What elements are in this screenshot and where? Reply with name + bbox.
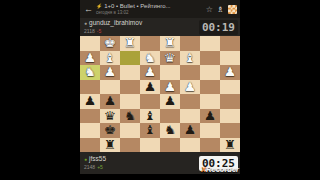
square[interactable]: ♟: [160, 94, 180, 109]
rating-delta-top: -5: [97, 28, 101, 34]
piece-bP: ♟: [164, 95, 177, 107]
square[interactable]: [200, 138, 220, 153]
letterboxed-stage: ← ⚡ 1+0 • Bullet • Рейтинго... сегодня в…: [0, 0, 320, 180]
game-title: 1+0 • Bullet • Рейтинго...: [104, 3, 170, 9]
square[interactable]: ♛: [100, 109, 120, 124]
square[interactable]: [80, 80, 100, 95]
square[interactable]: ♞: [80, 65, 100, 80]
square[interactable]: [180, 109, 200, 124]
square[interactable]: [220, 123, 240, 138]
square[interactable]: [220, 36, 240, 51]
square[interactable]: [220, 51, 240, 66]
square[interactable]: [80, 109, 100, 124]
xrecorder-watermark: XRecorder: [201, 165, 239, 174]
piece-bP: ♟: [104, 95, 117, 107]
square[interactable]: ♜: [100, 138, 120, 153]
square[interactable]: [120, 51, 140, 66]
clock-top: 00:19: [199, 20, 238, 35]
square[interactable]: [200, 80, 220, 95]
piece-wP: ♟: [164, 81, 177, 93]
piece-bK: ♚: [104, 124, 117, 136]
square[interactable]: ♟: [220, 65, 240, 80]
game-date: сегодня в 13:02: [96, 10, 206, 15]
piece-bN: ♞: [124, 110, 137, 122]
bottom-black-strip: [80, 174, 240, 180]
player-name-bottom[interactable]: ● jfss55: [84, 156, 106, 163]
square[interactable]: [160, 138, 180, 153]
piece-bR: ♜: [104, 139, 117, 151]
star-icon[interactable]: ☆: [206, 5, 213, 14]
square[interactable]: [120, 94, 140, 109]
square[interactable]: [140, 138, 160, 153]
piece-wP: ♟: [224, 66, 237, 78]
piece-wK: ♚: [104, 37, 117, 49]
online-status-icon-top: ●: [84, 21, 87, 26]
square[interactable]: [220, 80, 240, 95]
rating-delta-bottom: +5: [97, 164, 103, 170]
square[interactable]: ♛: [160, 51, 180, 66]
square[interactable]: [200, 94, 220, 109]
square[interactable]: [180, 138, 200, 153]
player-rating-bottom: 2148+5: [84, 165, 106, 170]
piece-bP: ♟: [84, 95, 97, 107]
square[interactable]: [140, 36, 160, 51]
bullet-icon: ⚡: [96, 3, 102, 9]
square[interactable]: [180, 36, 200, 51]
square[interactable]: ♟: [100, 94, 120, 109]
square[interactable]: [80, 36, 100, 51]
piece-wN: ♞: [84, 66, 97, 78]
square[interactable]: [200, 36, 220, 51]
square[interactable]: ♞: [120, 109, 140, 124]
square[interactable]: ♜: [220, 138, 240, 153]
square[interactable]: ♜: [160, 36, 180, 51]
piece-wP: ♟: [104, 66, 117, 78]
square[interactable]: [120, 65, 140, 80]
piece-bP: ♟: [204, 110, 217, 122]
square[interactable]: ♟: [200, 109, 220, 124]
piece-bQ: ♛: [104, 110, 117, 122]
square[interactable]: [200, 123, 220, 138]
player-bar-top: ● gunduz_ibrahimov 2118-5 00:19: [80, 18, 240, 36]
analysis-piece-icon[interactable]: ♗: [217, 5, 224, 14]
online-status-icon-bottom: ●: [84, 157, 87, 162]
square[interactable]: ♟: [180, 80, 200, 95]
square[interactable]: [180, 94, 200, 109]
square[interactable]: [100, 80, 120, 95]
player-rating-top: 2118-5: [84, 29, 142, 34]
square[interactable]: [120, 138, 140, 153]
square[interactable]: ♝: [100, 51, 120, 66]
square[interactable]: ♝: [180, 51, 200, 66]
piece-bB: ♝: [144, 124, 157, 136]
square[interactable]: ♟: [80, 51, 100, 66]
square[interactable]: [80, 138, 100, 153]
app-screen: ← ⚡ 1+0 • Bullet • Рейтинго... сегодня в…: [80, 0, 240, 180]
chess-board[interactable]: ♚♜♜♟♝♞♛♝♞♟♟♟♟♟♟♟♟♟♛♞♝♟♚♝♞♟♜♜: [80, 36, 240, 152]
square[interactable]: [160, 109, 180, 124]
square[interactable]: ♞: [160, 123, 180, 138]
piece-wB: ♝: [184, 52, 197, 64]
piece-wP: ♟: [144, 66, 157, 78]
square[interactable]: ♝: [140, 109, 160, 124]
square[interactable]: ♟: [80, 94, 100, 109]
piece-wN: ♞: [144, 52, 157, 64]
square[interactable]: ♝: [140, 123, 160, 138]
square[interactable]: [200, 51, 220, 66]
piece-wQ: ♛: [164, 52, 177, 64]
square[interactable]: [80, 123, 100, 138]
piece-bP: ♟: [144, 81, 157, 93]
square[interactable]: ♜: [120, 36, 140, 51]
square[interactable]: [220, 109, 240, 124]
piece-bB: ♝: [144, 110, 157, 122]
square[interactable]: [160, 65, 180, 80]
piece-bN: ♞: [164, 124, 177, 136]
piece-wP: ♟: [84, 52, 97, 64]
square[interactable]: [120, 123, 140, 138]
piece-wR: ♜: [164, 37, 177, 49]
square[interactable]: ♞: [140, 51, 160, 66]
back-icon[interactable]: ←: [84, 0, 93, 18]
square[interactable]: ♟: [140, 65, 160, 80]
piece-bR: ♜: [224, 139, 237, 151]
square[interactable]: ♚: [100, 123, 120, 138]
piece-wR: ♜: [124, 37, 137, 49]
piece-wB: ♝: [104, 52, 117, 64]
board-theme-icon[interactable]: [228, 5, 237, 14]
square[interactable]: [140, 94, 160, 109]
square[interactable]: [120, 80, 140, 95]
square[interactable]: ♟: [100, 65, 120, 80]
piece-wP: ♟: [184, 81, 197, 93]
topbar-actions: ☆ ♗: [206, 5, 237, 14]
game-title-block: ⚡ 1+0 • Bullet • Рейтинго... сегодня в 1…: [96, 3, 206, 15]
square[interactable]: ♚: [100, 36, 120, 51]
square[interactable]: ♟: [140, 80, 160, 95]
square[interactable]: [180, 65, 200, 80]
square[interactable]: [220, 94, 240, 109]
piece-bP: ♟: [184, 124, 197, 136]
top-app-bar: ← ⚡ 1+0 • Bullet • Рейтинго... сегодня в…: [80, 0, 240, 18]
player-name-top[interactable]: ● gunduz_ibrahimov: [84, 20, 142, 27]
square[interactable]: ♟: [160, 80, 180, 95]
square[interactable]: ♟: [180, 123, 200, 138]
square[interactable]: [200, 65, 220, 80]
